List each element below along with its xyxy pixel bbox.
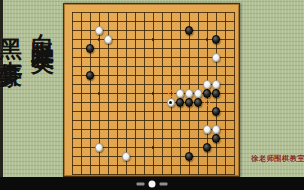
stone-white-M9 xyxy=(167,98,176,107)
grid-line xyxy=(90,12,91,175)
star-point xyxy=(206,38,209,41)
stone-white-D17 xyxy=(95,26,104,35)
player-control-bar xyxy=(0,177,304,190)
stone-white-R6 xyxy=(212,125,221,134)
stone-black-C15 xyxy=(86,44,95,53)
grid-line xyxy=(234,12,235,175)
grid-line xyxy=(72,57,235,58)
grid-line xyxy=(72,120,235,121)
grid-line xyxy=(72,66,235,67)
grid-line xyxy=(72,48,235,49)
stone-black-R8 xyxy=(212,107,221,116)
ring-marker xyxy=(204,99,211,106)
stone-white-R11 xyxy=(212,80,221,89)
grid-line xyxy=(225,12,226,175)
bar-dash-left-icon xyxy=(137,182,145,185)
stone-white-R14 xyxy=(212,53,221,62)
stone-black-R16 xyxy=(212,35,221,44)
star-point xyxy=(98,92,101,95)
white-player-column: 白上野爱咲美 xyxy=(31,15,54,32)
stone-black-R5 xyxy=(212,134,221,143)
grid-line xyxy=(135,12,136,175)
stone-white-N10 xyxy=(176,89,185,98)
star-point xyxy=(152,38,155,41)
black-player-name: 李轩豪 xyxy=(0,42,24,48)
star-point xyxy=(98,38,101,41)
grid-line xyxy=(126,12,127,175)
stone-white-O10 xyxy=(185,89,194,98)
stone-white-Q11 xyxy=(203,80,212,89)
white-label: 白 xyxy=(30,15,56,17)
stone-black-R10 xyxy=(212,89,221,98)
stone-white-Q6 xyxy=(203,125,212,134)
stone-white-E16 xyxy=(104,35,113,44)
grid-line xyxy=(72,12,73,175)
ring-marker xyxy=(168,90,175,97)
grid-line xyxy=(72,156,235,157)
stone-black-C12 xyxy=(86,71,95,80)
danmaku-toggle[interactable] xyxy=(137,180,168,187)
grid-line xyxy=(72,138,235,139)
grid-line xyxy=(117,12,118,175)
grid-line xyxy=(72,21,235,22)
stone-black-Q10 xyxy=(203,89,212,98)
stone-black-O3 xyxy=(185,152,194,161)
black-player-column: 黑李轩豪 xyxy=(0,20,22,48)
channel-watermark: 徐老师围棋教室 xyxy=(251,154,303,164)
grid-line xyxy=(72,12,235,13)
toggle-knob-icon[interactable] xyxy=(149,180,156,187)
stone-black-P9 xyxy=(194,98,203,107)
stone-black-O17 xyxy=(185,26,194,35)
white-player-name: 上野爱咲美 xyxy=(30,22,56,32)
grid-line xyxy=(144,12,145,175)
stone-black-N9 xyxy=(176,98,185,107)
grid-line xyxy=(72,75,235,76)
black-label: 黑 xyxy=(0,20,24,22)
grid-line xyxy=(162,12,163,175)
star-point xyxy=(152,92,155,95)
stone-white-D4 xyxy=(95,143,104,152)
video-frame[interactable]: 黑李轩豪 白上野爱咲美 徐老师围棋教室 xyxy=(0,0,304,190)
grid-line xyxy=(72,111,235,112)
grid-line xyxy=(72,102,235,103)
go-board xyxy=(63,3,240,177)
stone-white-P10 xyxy=(194,89,203,98)
grid-line xyxy=(81,12,82,175)
stone-white-G3 xyxy=(122,152,131,161)
bar-dash-right-icon xyxy=(160,182,168,185)
grid-line xyxy=(72,174,235,175)
stone-black-Q4 xyxy=(203,143,212,152)
last-move-marker xyxy=(169,101,172,104)
star-point xyxy=(152,146,155,149)
grid-line xyxy=(72,165,235,166)
stone-black-O9 xyxy=(185,98,194,107)
